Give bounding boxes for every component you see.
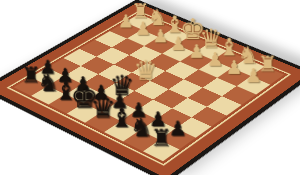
chess-set-photo: ♜♞♝♛♚♝♞♜♟♟♟♟♟♟♟♟♟♟♟♟♟♟♟♟♜♞♝♛♚♝♞♜ ♛♛ [0,0,300,175]
board-border-line: ♜♞♝♛♚♝♞♜♟♟♟♟♟♟♟♟♟♟♟♟♟♟♟♟♜♞♝♛♚♝♞♜ [7,10,292,165]
board-frame: ♜♞♝♛♚♝♞♜♟♟♟♟♟♟♟♟♟♟♟♟♟♟♟♟♜♞♝♛♚♝♞♜ ♛♛ [0,0,300,175]
square-e7: ♟ [84,92,119,111]
square-f2: ♟ [144,36,176,53]
chess-board-grid: ♜♞♝♛♚♝♞♜♟♟♟♟♟♟♟♟♟♟♟♟♟♟♟♟♜♞♝♛♚♝♞♜ [14,13,285,160]
white-rook: ♜ [125,1,156,21]
white-queen: ♛ [194,25,227,51]
square-a3 [222,86,256,105]
square-h8: ♜ [14,77,48,96]
black-rook: ♜ [14,64,48,86]
board-perspective-wrapper: ♜♞♝♛♚♝♞♜♟♟♟♟♟♟♟♟♟♟♟♟♟♟♟♟♜♞♝♛♚♝♞♜ ♛♛ [0,0,300,175]
